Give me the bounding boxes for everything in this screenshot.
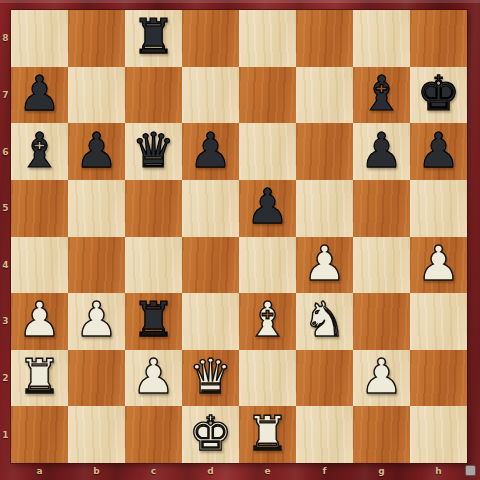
file-label-d: d (207, 466, 213, 476)
square-a6[interactable]: ♝ (11, 123, 68, 180)
rank-label-2: 2 (2, 373, 8, 383)
file-label-a: a (36, 466, 42, 476)
square-c5[interactable] (125, 180, 182, 237)
square-e8[interactable] (239, 10, 296, 67)
square-d7[interactable] (182, 67, 239, 124)
white-pawn[interactable]: ♟ (75, 295, 118, 343)
black-bishop[interactable]: ♝ (360, 69, 403, 117)
square-e5[interactable]: ♟ (239, 180, 296, 237)
square-b2[interactable] (68, 350, 125, 407)
square-d4[interactable] (182, 237, 239, 294)
black-queen[interactable]: ♛ (132, 126, 175, 174)
square-g6[interactable]: ♟ (353, 123, 410, 180)
file-label-c: c (151, 466, 156, 476)
square-h8[interactable] (410, 10, 467, 67)
black-pawn[interactable]: ♟ (189, 126, 232, 174)
white-knight[interactable]: ♞ (303, 295, 346, 343)
square-h6[interactable]: ♟ (410, 123, 467, 180)
chess-board-frame: ♜♟♝♚♝♟♛♟♟♟♟♟♟♟♟♜♝♞♜♟♛♟♚♜ 87654321abcdefg… (0, 0, 480, 480)
rank-label-6: 6 (2, 147, 8, 157)
white-pawn[interactable]: ♟ (360, 352, 403, 400)
square-f3[interactable]: ♞ (296, 293, 353, 350)
square-f2[interactable] (296, 350, 353, 407)
white-pawn[interactable]: ♟ (132, 352, 175, 400)
black-pawn[interactable]: ♟ (360, 126, 403, 174)
square-b1[interactable] (68, 406, 125, 463)
square-e4[interactable] (239, 237, 296, 294)
file-label-f: f (323, 466, 327, 476)
square-a8[interactable] (11, 10, 68, 67)
square-b8[interactable] (68, 10, 125, 67)
rank-label-5: 5 (2, 203, 8, 213)
white-pawn[interactable]: ♟ (303, 239, 346, 287)
file-label-h: h (435, 466, 441, 476)
square-h4[interactable]: ♟ (410, 237, 467, 294)
black-king[interactable]: ♚ (417, 69, 460, 117)
black-rook[interactable]: ♜ (132, 12, 175, 60)
white-rook[interactable]: ♜ (18, 352, 61, 400)
white-pawn[interactable]: ♟ (417, 239, 460, 287)
square-a2[interactable]: ♜ (11, 350, 68, 407)
square-b4[interactable] (68, 237, 125, 294)
square-e7[interactable] (239, 67, 296, 124)
white-pawn[interactable]: ♟ (18, 295, 61, 343)
square-a1[interactable] (11, 406, 68, 463)
file-label-g: g (378, 466, 384, 476)
square-g2[interactable]: ♟ (353, 350, 410, 407)
square-d5[interactable] (182, 180, 239, 237)
square-b7[interactable] (68, 67, 125, 124)
square-h5[interactable] (410, 180, 467, 237)
rank-label-1: 1 (2, 430, 8, 440)
square-c7[interactable] (125, 67, 182, 124)
black-pawn[interactable]: ♟ (417, 126, 460, 174)
file-label-e: e (264, 466, 270, 476)
square-c4[interactable] (125, 237, 182, 294)
square-f6[interactable] (296, 123, 353, 180)
rank-label-4: 4 (2, 260, 8, 270)
square-g8[interactable] (353, 10, 410, 67)
square-c8[interactable]: ♜ (125, 10, 182, 67)
square-h1[interactable] (410, 406, 467, 463)
square-b5[interactable] (68, 180, 125, 237)
white-bishop[interactable]: ♝ (246, 295, 289, 343)
square-h3[interactable] (410, 293, 467, 350)
square-c6[interactable]: ♛ (125, 123, 182, 180)
square-e3[interactable]: ♝ (239, 293, 296, 350)
square-g5[interactable] (353, 180, 410, 237)
square-a3[interactable]: ♟ (11, 293, 68, 350)
square-a4[interactable] (11, 237, 68, 294)
square-h2[interactable] (410, 350, 467, 407)
corner-logo-icon (465, 465, 476, 476)
square-d8[interactable] (182, 10, 239, 67)
square-f7[interactable] (296, 67, 353, 124)
square-g7[interactable]: ♝ (353, 67, 410, 124)
square-a5[interactable] (11, 180, 68, 237)
square-h7[interactable]: ♚ (410, 67, 467, 124)
square-d1[interactable]: ♚ (182, 406, 239, 463)
square-e6[interactable] (239, 123, 296, 180)
square-g4[interactable] (353, 237, 410, 294)
square-a7[interactable]: ♟ (11, 67, 68, 124)
square-c2[interactable]: ♟ (125, 350, 182, 407)
white-queen[interactable]: ♛ (189, 352, 232, 400)
black-pawn[interactable]: ♟ (246, 182, 289, 230)
black-pawn[interactable]: ♟ (18, 69, 61, 117)
square-e2[interactable] (239, 350, 296, 407)
square-f5[interactable] (296, 180, 353, 237)
square-f4[interactable]: ♟ (296, 237, 353, 294)
square-c1[interactable] (125, 406, 182, 463)
chess-board: ♜♟♝♚♝♟♛♟♟♟♟♟♟♟♟♜♝♞♜♟♛♟♚♜ (11, 10, 467, 463)
white-rook[interactable]: ♜ (246, 409, 289, 457)
square-f8[interactable] (296, 10, 353, 67)
rank-label-7: 7 (2, 90, 8, 100)
square-c3[interactable]: ♜ (125, 293, 182, 350)
black-bishop[interactable]: ♝ (18, 126, 61, 174)
white-king[interactable]: ♚ (189, 409, 232, 457)
square-b6[interactable]: ♟ (68, 123, 125, 180)
square-d6[interactable]: ♟ (182, 123, 239, 180)
black-rook[interactable]: ♜ (132, 295, 175, 343)
square-e1[interactable]: ♜ (239, 406, 296, 463)
square-f1[interactable] (296, 406, 353, 463)
square-g3[interactable] (353, 293, 410, 350)
square-d3[interactable] (182, 293, 239, 350)
black-pawn[interactable]: ♟ (75, 126, 118, 174)
rank-label-3: 3 (2, 316, 8, 326)
square-g1[interactable] (353, 406, 410, 463)
square-d2[interactable]: ♛ (182, 350, 239, 407)
square-b3[interactable]: ♟ (68, 293, 125, 350)
file-label-b: b (93, 466, 99, 476)
rank-label-8: 8 (2, 33, 8, 43)
